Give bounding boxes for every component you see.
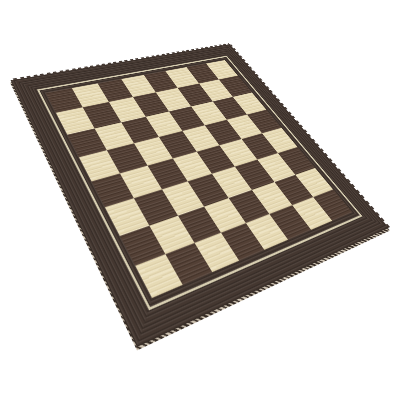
product-photo-stage — [0, 0, 400, 400]
chess-board — [10, 43, 390, 347]
